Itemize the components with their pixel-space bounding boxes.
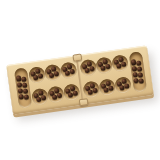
product-photo-scene [0, 0, 160, 160]
mancala-board [6, 45, 154, 114]
hinge-tab-bottom [78, 98, 88, 106]
hinge-tab-top [72, 54, 82, 62]
